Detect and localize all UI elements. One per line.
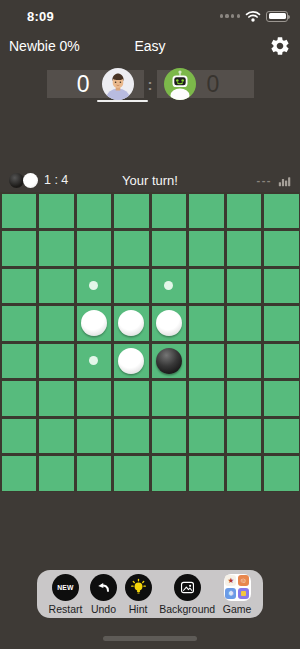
board-cell-b2[interactable] <box>39 231 74 266</box>
player-score-panel: 0 <box>47 70 144 98</box>
board-cell-d3[interactable] <box>114 269 149 304</box>
legal-move-hint <box>89 281 98 290</box>
active-turn-underline <box>97 100 148 103</box>
board-cell-e8[interactable] <box>152 456 187 491</box>
background-button[interactable]: Background <box>159 574 215 615</box>
board-cell-g3[interactable] <box>227 269 262 304</box>
board-cell-e3[interactable] <box>152 269 187 304</box>
board-cell-c1[interactable] <box>77 194 112 229</box>
board-cell-g6[interactable] <box>227 381 262 416</box>
board-cell-h8[interactable] <box>264 456 299 491</box>
board-cell-f1[interactable] <box>189 194 224 229</box>
white-disc <box>156 310 182 336</box>
black-disc <box>156 348 182 374</box>
black-disc-icon <box>9 173 24 188</box>
white-disc <box>118 348 144 374</box>
stats-chart-icon[interactable] <box>278 174 291 187</box>
board-cell-e2[interactable] <box>152 231 187 266</box>
status-icons <box>220 10 288 22</box>
board-cell-d8[interactable] <box>114 456 149 491</box>
restart-button[interactable]: NEW Restart <box>49 574 83 615</box>
board-cell-d1[interactable] <box>114 194 149 229</box>
board-cell-d4[interactable] <box>114 306 149 341</box>
history-controls: --- <box>257 174 292 187</box>
robot-score: 0 <box>207 73 220 96</box>
app-screen: 8:09 Newbie 0% Easy 0 <box>0 0 300 649</box>
white-disc <box>81 310 107 336</box>
board-cell-g8[interactable] <box>227 456 262 491</box>
board-cell-h1[interactable] <box>264 194 299 229</box>
board-cell-c7[interactable] <box>77 419 112 454</box>
score-separator: : <box>148 76 153 93</box>
board-cell-d6[interactable] <box>114 381 149 416</box>
new-badge-icon: NEW <box>52 574 79 601</box>
board-cell-a7[interactable] <box>2 419 37 454</box>
board-cell-c8[interactable] <box>77 456 112 491</box>
bottom-toolbar: NEW Restart Undo <box>37 570 263 618</box>
board-cell-b5[interactable] <box>39 344 74 379</box>
player-score: 0 <box>77 73 90 96</box>
legal-move-hint <box>89 356 98 365</box>
board-cell-h5[interactable] <box>264 344 299 379</box>
lightbulb-icon <box>125 574 152 601</box>
white-disc <box>118 310 144 336</box>
othello-board <box>0 192 300 492</box>
board-cell-e7[interactable] <box>152 419 187 454</box>
board-cell-f2[interactable] <box>189 231 224 266</box>
board-cell-a2[interactable] <box>2 231 37 266</box>
header: Newbie 0% Easy <box>0 33 300 59</box>
board-cell-e1[interactable] <box>152 194 187 229</box>
game-apps-icon: ★ ☺ ❅ <box>224 574 251 601</box>
hint-button[interactable]: Hint <box>125 574 152 615</box>
board-cell-a4[interactable] <box>2 306 37 341</box>
board-cell-e6[interactable] <box>152 381 187 416</box>
player-avatar <box>102 68 134 100</box>
gomoku-app-tile: ❅ <box>225 588 236 599</box>
board-cell-g2[interactable] <box>227 231 262 266</box>
xiangqi-app-tile: ★ <box>225 575 236 586</box>
board-cell-g1[interactable] <box>227 194 262 229</box>
board-cell-h3[interactable] <box>264 269 299 304</box>
board-cell-h2[interactable] <box>264 231 299 266</box>
game-switcher-button[interactable]: ★ ☺ ❅ Game <box>223 574 252 615</box>
board-cell-a6[interactable] <box>2 381 37 416</box>
undo-button[interactable]: Undo <box>90 574 117 615</box>
board-cell-f7[interactable] <box>189 419 224 454</box>
board-cell-f3[interactable] <box>189 269 224 304</box>
board-cell-f6[interactable] <box>189 381 224 416</box>
robot-score-panel: 0 <box>157 70 254 98</box>
board-cell-b7[interactable] <box>39 419 74 454</box>
board-cell-d2[interactable] <box>114 231 149 266</box>
undo-arrow-icon <box>90 574 117 601</box>
scoreboard: 0 : <box>0 70 300 98</box>
white-disc-icon <box>23 173 38 188</box>
board-cell-g5[interactable] <box>227 344 262 379</box>
board-cell-b4[interactable] <box>39 306 74 341</box>
home-indicator[interactable] <box>103 636 197 641</box>
board-cell-b8[interactable] <box>39 456 74 491</box>
board-cell-d5[interactable] <box>114 344 149 379</box>
board-cell-b3[interactable] <box>39 269 74 304</box>
image-icon <box>174 574 201 601</box>
chess-app-tile <box>238 588 249 599</box>
legal-move-hint <box>164 281 173 290</box>
board-cell-b6[interactable] <box>39 381 74 416</box>
board-cell-g7[interactable] <box>227 419 262 454</box>
board-cell-c2[interactable] <box>77 231 112 266</box>
status-bar: 8:09 <box>0 6 300 26</box>
difficulty-label: Easy <box>0 38 300 54</box>
board-cell-h4[interactable] <box>264 306 299 341</box>
board-cell-d7[interactable] <box>114 419 149 454</box>
board-cell-f4[interactable] <box>189 306 224 341</box>
board-cell-a3[interactable] <box>2 269 37 304</box>
board-cell-b1[interactable] <box>39 194 74 229</box>
board-cell-c6[interactable] <box>77 381 112 416</box>
wifi-icon <box>245 10 261 22</box>
disc-counts: 1 : 4 <box>9 173 68 188</box>
board-cell-h6[interactable] <box>264 381 299 416</box>
board-cell-e4[interactable] <box>152 306 187 341</box>
board-cell-g4[interactable] <box>227 306 262 341</box>
robot-avatar <box>164 68 196 100</box>
gear-icon <box>269 35 291 57</box>
battery-icon <box>266 11 288 22</box>
board-cell-a8[interactable] <box>2 456 37 491</box>
board-cell-h7[interactable] <box>264 419 299 454</box>
board-cell-a1[interactable] <box>2 194 37 229</box>
board-cell-e5[interactable] <box>152 344 187 379</box>
settings-button[interactable] <box>269 35 291 57</box>
board-cell-c3[interactable] <box>77 269 112 304</box>
board-cell-f5[interactable] <box>189 344 224 379</box>
cellular-signal-icon <box>220 14 240 17</box>
status-time: 8:09 <box>27 9 54 24</box>
disc-count-text: 1 : 4 <box>44 173 68 187</box>
board-cell-a5[interactable] <box>2 344 37 379</box>
game-status-bar: 1 : 4 Your turn! --- <box>0 169 300 191</box>
board-cell-f8[interactable] <box>189 456 224 491</box>
move-history-placeholder: --- <box>257 174 273 186</box>
shogi-app-tile: ☺ <box>238 575 249 586</box>
board-cell-c4[interactable] <box>77 306 112 341</box>
board-cell-c5[interactable] <box>77 344 112 379</box>
